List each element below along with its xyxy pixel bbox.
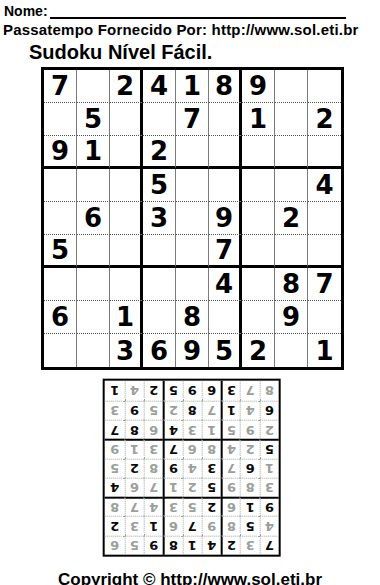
- provided-by-text: Passatempo Fornecido Por: http://www.sol…: [3, 21, 380, 38]
- puzzle-cell-r7c1[interactable]: [44, 268, 77, 301]
- puzzle-cell-r5c4: 3: [143, 202, 176, 235]
- solution-cell-r3c4: 2: [201, 497, 220, 516]
- puzzle-cell-r5c1[interactable]: [44, 202, 77, 235]
- puzzle-cell-r4c1[interactable]: [44, 169, 77, 202]
- puzzle-cell-r4c5[interactable]: [176, 169, 209, 202]
- solution-cell-r5c7: 8: [144, 458, 163, 477]
- puzzle-cell-r1c6: 8: [209, 70, 242, 103]
- puzzle-cell-r2c7: 1: [242, 103, 275, 136]
- puzzle-cell-r9c5: 9: [176, 334, 209, 367]
- puzzle-cell-r6c6: 7: [209, 235, 242, 268]
- puzzle-cell-r4c2[interactable]: [77, 169, 110, 202]
- solution-cell-r1c8: 5: [124, 535, 143, 554]
- puzzle-cell-r4c8[interactable]: [275, 169, 308, 202]
- solution-cell-r2c5: 7: [182, 516, 201, 535]
- solution-cell-r4c1: 3: [259, 477, 278, 496]
- solution-cell-r2c9: 2: [105, 516, 124, 535]
- solution-cell-r8c7: 5: [144, 400, 163, 419]
- puzzle-cell-r2c1[interactable]: [44, 103, 77, 136]
- solution-cell-r5c8: 2: [124, 458, 143, 477]
- solution-cell-r6c4: 8: [201, 439, 220, 458]
- puzzle-cell-r5c7[interactable]: [242, 202, 275, 235]
- solution-cell-r4c9: 4: [105, 477, 124, 496]
- puzzle-cell-r5c6: 9: [209, 202, 242, 235]
- solution-cell-r2c4: 9: [201, 516, 220, 535]
- puzzle-cell-r8c8: 9: [275, 301, 308, 334]
- puzzle-cell-r7c6: 4: [209, 268, 242, 301]
- copyright-text: Copyright © http://www.sol.eti.br: [0, 570, 380, 585]
- solution-cell-r9c9: 1: [105, 381, 124, 400]
- puzzle-cell-r4c9: 4: [308, 169, 341, 202]
- solution-cell-r5c6: 9: [163, 458, 182, 477]
- puzzle-cell-r1c2[interactable]: [77, 70, 110, 103]
- puzzle-cell-r9c2[interactable]: [77, 334, 110, 367]
- puzzle-cell-r6c9[interactable]: [308, 235, 341, 268]
- solution-cell-r3c9: 8: [105, 497, 124, 516]
- solution-cell-r8c3: 1: [221, 400, 240, 419]
- puzzle-cell-r5c9[interactable]: [308, 202, 341, 235]
- puzzle-cell-r6c4[interactable]: [143, 235, 176, 268]
- solution-cell-r2c6: 6: [163, 516, 182, 535]
- solution-cell-r6c3: 4: [221, 439, 240, 458]
- page-title: Sudoku Nível Fácil.: [29, 41, 380, 64]
- solution-cell-r4c8: 6: [124, 477, 143, 496]
- solution-cell-r7c6: 4: [163, 420, 182, 439]
- sudoku-page: Nome: Passatempo Fornecido Por: http://w…: [0, 0, 380, 585]
- puzzle-cell-r3c8[interactable]: [275, 136, 308, 169]
- solution-cell-r9c2: 7: [240, 381, 259, 400]
- puzzle-cell-r8c2[interactable]: [77, 301, 110, 334]
- solution-cell-r5c5: 4: [182, 458, 201, 477]
- puzzle-cell-r3c3[interactable]: [110, 136, 143, 169]
- puzzle-cell-r4c4: 5: [143, 169, 176, 202]
- solution-cell-r1c7: 9: [144, 535, 163, 554]
- solution-cell-r9c8: 4: [124, 381, 143, 400]
- solution-cell-r6c1: 5: [259, 439, 278, 458]
- puzzle-cell-r7c2[interactable]: [77, 268, 110, 301]
- puzzle-cell-r7c4[interactable]: [143, 268, 176, 301]
- solution-cell-r8c1: 6: [259, 400, 278, 419]
- solution-cell-r2c2: 5: [240, 516, 259, 535]
- solution-cell-r7c3: 5: [221, 420, 240, 439]
- solution-cell-r8c9: 3: [105, 400, 124, 419]
- solution-cell-r4c3: 9: [221, 477, 240, 496]
- solution-cell-r1c5: 1: [182, 535, 201, 554]
- solution-cell-r7c4: 1: [201, 420, 220, 439]
- solution-cell-r7c1: 2: [259, 420, 278, 439]
- solution-cell-r8c5: 8: [182, 400, 201, 419]
- puzzle-cell-r8c5: 8: [176, 301, 209, 334]
- name-blank-line: [50, 5, 346, 19]
- puzzle-cell-r5c5[interactable]: [176, 202, 209, 235]
- puzzle-cell-r7c8: 8: [275, 268, 308, 301]
- solution-cell-r5c3: 7: [221, 458, 240, 477]
- solution-cell-r7c8: 8: [124, 420, 143, 439]
- solution-cell-r1c9: 6: [105, 535, 124, 554]
- puzzle-cell-r9c4: 6: [143, 334, 176, 367]
- puzzle-cell-r3c2: 1: [77, 136, 110, 169]
- puzzle-cell-r3c9[interactable]: [308, 136, 341, 169]
- puzzle-cell-r9c7: 2: [242, 334, 275, 367]
- solution-cell-r6c2: 2: [240, 439, 259, 458]
- puzzle-cell-r7c3[interactable]: [110, 268, 143, 301]
- puzzle-cell-r1c7: 9: [242, 70, 275, 103]
- solution-cell-r3c5: 5: [182, 497, 201, 516]
- puzzle-cell-r2c5: 7: [176, 103, 209, 136]
- solution-cell-r7c5: 3: [182, 420, 201, 439]
- solution-cell-r2c1: 4: [259, 516, 278, 535]
- puzzle-cell-r1c4: 4: [143, 70, 176, 103]
- solution-cell-r1c4: 4: [201, 535, 220, 554]
- main-sudoku-board: 7241895712912546392574876189369521: [41, 67, 344, 370]
- solution-cell-r5c4: 3: [201, 458, 220, 477]
- puzzle-cell-r3c1: 9: [44, 136, 77, 169]
- solution-cell-r1c2: 3: [240, 535, 259, 554]
- solution-cell-r3c8: 7: [124, 497, 143, 516]
- puzzle-cell-r6c3[interactable]: [110, 235, 143, 268]
- puzzle-cell-r1c3: 2: [110, 70, 143, 103]
- solution-cell-r9c5: 9: [182, 381, 201, 400]
- solution-cell-r9c7: 2: [144, 381, 163, 400]
- solution-cell-r3c7: 4: [144, 497, 163, 516]
- puzzle-cell-r9c3: 3: [110, 334, 143, 367]
- puzzle-cell-r3c5[interactable]: [176, 136, 209, 169]
- solution-cell-r9c6: 5: [163, 381, 182, 400]
- puzzle-cell-r7c9: 7: [308, 268, 341, 301]
- puzzle-cell-r9c1[interactable]: [44, 334, 77, 367]
- solution-cell-r4c7: 7: [144, 477, 163, 496]
- puzzle-cell-r4c3[interactable]: [110, 169, 143, 202]
- puzzle-cell-r8c6[interactable]: [209, 301, 242, 334]
- puzzle-cell-r8c4[interactable]: [143, 301, 176, 334]
- puzzle-cell-r8c9[interactable]: [308, 301, 341, 334]
- solution-cell-r6c6: 7: [163, 439, 182, 458]
- puzzle-cell-r2c6[interactable]: [209, 103, 242, 136]
- puzzle-cell-r2c9: 2: [308, 103, 341, 136]
- puzzle-cell-r6c7[interactable]: [242, 235, 275, 268]
- solution-cell-r1c3: 2: [221, 535, 240, 554]
- puzzle-cell-r8c7[interactable]: [242, 301, 275, 334]
- puzzle-cell-r6c5[interactable]: [176, 235, 209, 268]
- solution-cell-r7c2: 9: [240, 420, 259, 439]
- solution-cell-r7c9: 7: [105, 420, 124, 439]
- solution-cell-r3c3: 6: [221, 497, 240, 516]
- puzzle-cell-r7c5[interactable]: [176, 268, 209, 301]
- solution-cell-r6c5: 6: [182, 439, 201, 458]
- solution-cell-r6c8: 1: [124, 439, 143, 458]
- solution-cell-r3c2: 1: [240, 497, 259, 516]
- solution-cell-r6c9: 9: [105, 439, 124, 458]
- puzzle-cell-r2c2: 5: [77, 103, 110, 136]
- puzzle-cell-r1c8[interactable]: [275, 70, 308, 103]
- solution-cell-r1c1: 7: [259, 535, 278, 554]
- solution-cell-r8c6: 2: [163, 400, 182, 419]
- puzzle-cell-r3c7[interactable]: [242, 136, 275, 169]
- puzzle-cell-r9c8[interactable]: [275, 334, 308, 367]
- solution-cell-r4c5: 2: [182, 477, 201, 496]
- solution-cell-r5c2: 6: [240, 458, 259, 477]
- puzzle-cell-r4c7[interactable]: [242, 169, 275, 202]
- solution-cell-r4c6: 1: [163, 477, 182, 496]
- puzzle-cell-r1c5: 1: [176, 70, 209, 103]
- puzzle-cell-r5c8: 2: [275, 202, 308, 235]
- solution-cell-r2c7: 1: [144, 516, 163, 535]
- solution-cell-r8c2: 4: [240, 400, 259, 419]
- puzzle-cell-r6c8[interactable]: [275, 235, 308, 268]
- puzzle-cell-r6c1: 5: [44, 235, 77, 268]
- solution-cell-r8c4: 7: [201, 400, 220, 419]
- solution-cell-r9c3: 3: [221, 381, 240, 400]
- puzzle-cell-r2c8[interactable]: [275, 103, 308, 136]
- puzzle-cell-r8c1: 6: [44, 301, 77, 334]
- solution-cell-r6c7: 3: [144, 439, 163, 458]
- solution-board-rotated: 7324189564589761329162534783895217641673…: [103, 379, 281, 557]
- puzzle-cell-r4c6[interactable]: [209, 169, 242, 202]
- solution-cell-r5c9: 5: [105, 458, 124, 477]
- solution-cell-r9c4: 6: [201, 381, 220, 400]
- puzzle-cell-r1c1: 7: [44, 70, 77, 103]
- puzzle-cell-r2c3[interactable]: [110, 103, 143, 136]
- solution-cell-r4c4: 5: [201, 477, 220, 496]
- puzzle-cell-r3c6[interactable]: [209, 136, 242, 169]
- solution-cell-r2c3: 8: [221, 516, 240, 535]
- solution-cell-r2c8: 3: [124, 516, 143, 535]
- puzzle-cell-r5c2: 6: [77, 202, 110, 235]
- solution-cell-r3c1: 9: [259, 497, 278, 516]
- puzzle-cell-r6c2[interactable]: [77, 235, 110, 268]
- puzzle-cell-r5c3[interactable]: [110, 202, 143, 235]
- solution-cell-r5c1: 1: [259, 458, 278, 477]
- puzzle-cell-r9c9: 1: [308, 334, 341, 367]
- header-name-row: Nome:: [4, 3, 346, 19]
- solution-cell-r3c6: 3: [163, 497, 182, 516]
- name-label: Nome:: [4, 3, 48, 19]
- puzzle-cell-r2c4[interactable]: [143, 103, 176, 136]
- puzzle-cell-r3c4: 2: [143, 136, 176, 169]
- puzzle-cell-r8c3: 1: [110, 301, 143, 334]
- solution-cell-r8c8: 9: [124, 400, 143, 419]
- puzzle-cell-r9c6: 5: [209, 334, 242, 367]
- solution-cell-r4c2: 8: [240, 477, 259, 496]
- solution-cell-r1c6: 8: [163, 535, 182, 554]
- solution-cell-r9c1: 8: [259, 381, 278, 400]
- solution-cell-r7c7: 6: [144, 420, 163, 439]
- puzzle-cell-r7c7[interactable]: [242, 268, 275, 301]
- puzzle-cell-r1c9[interactable]: [308, 70, 341, 103]
